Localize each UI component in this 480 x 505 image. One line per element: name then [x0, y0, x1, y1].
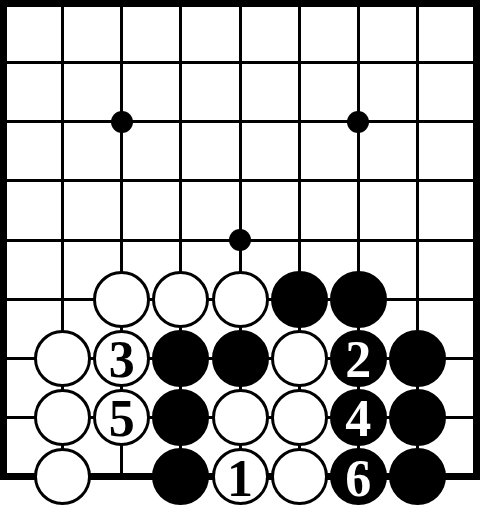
black-stone: [152, 389, 209, 446]
black-stone: [152, 448, 209, 505]
black-stone: [212, 330, 269, 387]
white-stone: [271, 389, 328, 446]
white-stone: [212, 271, 269, 328]
black-stone: [152, 330, 209, 387]
black-stone: 6: [330, 448, 387, 505]
white-stone: [152, 271, 209, 328]
black-stone: 4: [330, 389, 387, 446]
black-stone: [389, 448, 446, 505]
black-stone: [330, 271, 387, 328]
white-stone: [93, 271, 150, 328]
white-stone: [34, 389, 91, 446]
white-stone: 1: [212, 448, 269, 505]
white-stone: 3: [93, 330, 150, 387]
star-point: [347, 111, 369, 133]
star-point: [111, 111, 133, 133]
white-stone: 5: [93, 389, 150, 446]
star-point: [229, 229, 251, 251]
black-stone: [389, 389, 446, 446]
white-stone: [271, 330, 328, 387]
move-number-label: 2: [345, 334, 371, 386]
move-number-label: 3: [109, 334, 135, 386]
black-stone: [389, 330, 446, 387]
black-stone: 2: [330, 330, 387, 387]
white-stone: [34, 330, 91, 387]
white-stone: [271, 448, 328, 505]
white-stone: [34, 448, 91, 505]
move-number-label: 6: [345, 453, 371, 505]
go-board: 325416: [0, 0, 480, 505]
black-stone: [271, 271, 328, 328]
white-stone: [212, 389, 269, 446]
move-number-label: 5: [109, 393, 135, 445]
move-number-label: 1: [227, 453, 253, 505]
move-number-label: 4: [345, 393, 371, 445]
